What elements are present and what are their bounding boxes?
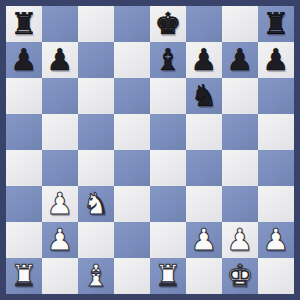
square-h8[interactable]: ♜ [258,6,294,42]
piece-black-pawn-h7: ♟ [258,42,294,78]
square-d6[interactable] [114,78,150,114]
square-d3[interactable] [114,186,150,222]
square-g8[interactable] [222,6,258,42]
piece-white-king-g1: ♚ [222,258,258,294]
square-c6[interactable] [78,78,114,114]
square-f4[interactable] [186,150,222,186]
square-b8[interactable] [42,6,78,42]
square-e4[interactable] [150,150,186,186]
square-c1[interactable]: ♝ [78,258,114,294]
square-d8[interactable] [114,6,150,42]
square-h3[interactable] [258,186,294,222]
piece-black-pawn-b7: ♟ [42,42,78,78]
square-a4[interactable] [6,150,42,186]
square-a8[interactable]: ♜ [6,6,42,42]
piece-black-pawn-a7: ♟ [6,42,42,78]
square-d2[interactable] [114,222,150,258]
piece-black-knight-f6: ♞ [186,78,222,114]
square-b2[interactable]: ♟ [42,222,78,258]
square-b3[interactable]: ♟ [42,186,78,222]
square-b1[interactable] [42,258,78,294]
square-e8[interactable]: ♚ [150,6,186,42]
square-b5[interactable] [42,114,78,150]
square-g1[interactable]: ♚ [222,258,258,294]
piece-white-pawn-h2: ♟ [258,222,294,258]
square-c4[interactable] [78,150,114,186]
piece-black-rook-a8: ♜ [6,6,42,42]
piece-white-knight-c3: ♞ [78,186,114,222]
square-e2[interactable] [150,222,186,258]
square-h5[interactable] [258,114,294,150]
piece-white-bishop-c1: ♝ [78,258,114,294]
square-h1[interactable] [258,258,294,294]
square-f3[interactable] [186,186,222,222]
square-e3[interactable] [150,186,186,222]
square-h6[interactable] [258,78,294,114]
square-d5[interactable] [114,114,150,150]
square-c7[interactable] [78,42,114,78]
square-h2[interactable]: ♟ [258,222,294,258]
square-b4[interactable] [42,150,78,186]
square-f1[interactable] [186,258,222,294]
square-g2[interactable]: ♟ [222,222,258,258]
piece-black-king-e8: ♚ [150,6,186,42]
square-e1[interactable]: ♜ [150,258,186,294]
square-e6[interactable] [150,78,186,114]
piece-black-bishop-e7: ♝ [150,42,186,78]
square-f7[interactable]: ♟ [186,42,222,78]
square-f8[interactable] [186,6,222,42]
square-c5[interactable] [78,114,114,150]
piece-black-rook-h8: ♜ [258,6,294,42]
square-h7[interactable]: ♟ [258,42,294,78]
square-g5[interactable] [222,114,258,150]
piece-white-rook-e1: ♜ [150,258,186,294]
piece-white-pawn-b3: ♟ [42,186,78,222]
chess-board: ♜♚♜♟♟♝♟♟♟♞♟♞♟♟♟♟♜♝♜♚ [6,6,294,294]
piece-white-rook-a1: ♜ [6,258,42,294]
square-c2[interactable] [78,222,114,258]
square-a3[interactable] [6,186,42,222]
square-c3[interactable]: ♞ [78,186,114,222]
square-h4[interactable] [258,150,294,186]
piece-black-pawn-f7: ♟ [186,42,222,78]
square-a7[interactable]: ♟ [6,42,42,78]
square-a2[interactable] [6,222,42,258]
square-a6[interactable] [6,78,42,114]
square-e5[interactable] [150,114,186,150]
square-d4[interactable] [114,150,150,186]
square-f5[interactable] [186,114,222,150]
chess-board-frame: ♜♚♜♟♟♝♟♟♟♞♟♞♟♟♟♟♜♝♜♚ [0,0,300,300]
square-f2[interactable]: ♟ [186,222,222,258]
square-c8[interactable] [78,6,114,42]
square-a5[interactable] [6,114,42,150]
square-g4[interactable] [222,150,258,186]
square-d7[interactable] [114,42,150,78]
piece-black-pawn-g7: ♟ [222,42,258,78]
square-a1[interactable]: ♜ [6,258,42,294]
square-b6[interactable] [42,78,78,114]
square-d1[interactable] [114,258,150,294]
square-b7[interactable]: ♟ [42,42,78,78]
piece-white-pawn-b2: ♟ [42,222,78,258]
square-f6[interactable]: ♞ [186,78,222,114]
square-e7[interactable]: ♝ [150,42,186,78]
square-g3[interactable] [222,186,258,222]
square-g7[interactable]: ♟ [222,42,258,78]
square-g6[interactable] [222,78,258,114]
piece-white-pawn-f2: ♟ [186,222,222,258]
piece-white-pawn-g2: ♟ [222,222,258,258]
